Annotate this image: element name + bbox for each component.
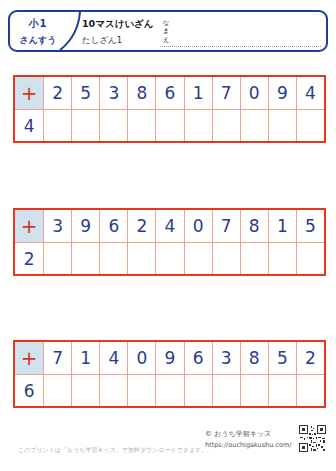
addend-cell: 0 <box>184 210 212 242</box>
addition-grid-1: +25386170944 <box>13 75 326 143</box>
operator-cell: + <box>15 77 43 109</box>
answer-cell[interactable] <box>296 242 324 274</box>
answer-cell[interactable] <box>184 109 212 141</box>
addend-cell: 5 <box>268 342 296 374</box>
addend-cell: 4 <box>99 342 127 374</box>
footer-note: このプリントは「おうち学習キッズ」で無料ダウンロードできます。 <box>18 446 207 455</box>
addend-cell: 1 <box>184 77 212 109</box>
addend-cell: 0 <box>127 342 155 374</box>
answer-cell[interactable] <box>212 374 240 406</box>
addend-cell: 2 <box>296 342 324 374</box>
answer-cell[interactable] <box>127 109 155 141</box>
addend-cell: 9 <box>71 210 99 242</box>
addend-cell: 6 <box>155 77 183 109</box>
addend-cell: 4 <box>296 77 324 109</box>
footer-url[interactable]: https://ouchigakushu.com/ <box>205 440 291 451</box>
fixed-addend-cell: 6 <box>15 374 43 406</box>
addend-cell: 8 <box>240 210 268 242</box>
addend-cell: 9 <box>155 342 183 374</box>
answer-cell[interactable] <box>155 109 183 141</box>
answer-cell[interactable] <box>240 242 268 274</box>
addition-grid-2: +39624078152 <box>13 208 326 276</box>
qr-code-icon <box>299 425 326 452</box>
answer-cell[interactable] <box>127 374 155 406</box>
answer-cell[interactable] <box>155 242 183 274</box>
worksheet-title: 10マスけいざん <box>82 18 154 31</box>
answer-cell[interactable] <box>71 109 99 141</box>
addend-cell: 3 <box>212 342 240 374</box>
name-label: なまえ <box>162 15 170 40</box>
answer-cell[interactable] <box>212 242 240 274</box>
addend-cell: 3 <box>43 210 71 242</box>
tab-divider-curve <box>56 12 82 50</box>
worksheet-page: 小1 さんすう 10マスけいざん たしざん1 なまえ +25386170944 … <box>0 0 336 471</box>
answer-cell[interactable] <box>296 109 324 141</box>
addend-cell: 7 <box>43 342 71 374</box>
fixed-addend-cell: 4 <box>15 109 43 141</box>
addend-cell: 9 <box>268 77 296 109</box>
answer-cell[interactable] <box>43 374 71 406</box>
addend-cell: 2 <box>43 77 71 109</box>
title-block: 10マスけいざん たしざん1 <box>82 12 154 47</box>
operator-cell: + <box>15 342 43 374</box>
addend-cell: 1 <box>71 342 99 374</box>
answer-cell[interactable] <box>71 242 99 274</box>
addend-cell: 7 <box>212 210 240 242</box>
answer-cell[interactable] <box>240 374 268 406</box>
answer-cell[interactable] <box>43 109 71 141</box>
addend-cell: 1 <box>268 210 296 242</box>
addition-grid-3: +71409638526 <box>13 340 326 408</box>
addend-cell: 8 <box>240 342 268 374</box>
addend-cell: 7 <box>212 77 240 109</box>
answer-cell[interactable] <box>268 374 296 406</box>
answer-cell[interactable] <box>212 109 240 141</box>
addend-cell: 5 <box>296 210 324 242</box>
answer-cell[interactable] <box>184 242 212 274</box>
fixed-addend-cell: 2 <box>15 242 43 274</box>
addend-cell: 0 <box>240 77 268 109</box>
addend-cell: 6 <box>99 210 127 242</box>
addend-cell: 4 <box>155 210 183 242</box>
header-box: 小1 さんすう 10マスけいざん たしざん1 なまえ <box>8 10 328 52</box>
answer-cell[interactable] <box>99 374 127 406</box>
answer-cell[interactable] <box>71 374 99 406</box>
addend-cell: 5 <box>71 77 99 109</box>
answer-cell[interactable] <box>155 374 183 406</box>
answer-cell[interactable] <box>99 242 127 274</box>
answer-cell[interactable] <box>99 109 127 141</box>
worksheet-subtitle: たしざん1 <box>82 35 154 47</box>
addend-cell: 3 <box>99 77 127 109</box>
answer-cell[interactable] <box>240 109 268 141</box>
addend-cell: 6 <box>184 342 212 374</box>
addend-cell: 2 <box>127 210 155 242</box>
answer-cell[interactable] <box>43 242 71 274</box>
answer-cell[interactable] <box>127 242 155 274</box>
answer-cell[interactable] <box>184 374 212 406</box>
answer-cell[interactable] <box>296 374 324 406</box>
answer-cell[interactable] <box>268 109 296 141</box>
footer-credit: © おうち学習キッズ <box>205 429 291 440</box>
footer-credit-block: © おうち学習キッズ https://ouchigakushu.com/ <box>205 429 291 451</box>
answer-cell[interactable] <box>268 242 296 274</box>
addend-cell: 8 <box>127 77 155 109</box>
operator-cell: + <box>15 210 43 242</box>
name-entry-line[interactable]: なまえ <box>160 14 321 47</box>
